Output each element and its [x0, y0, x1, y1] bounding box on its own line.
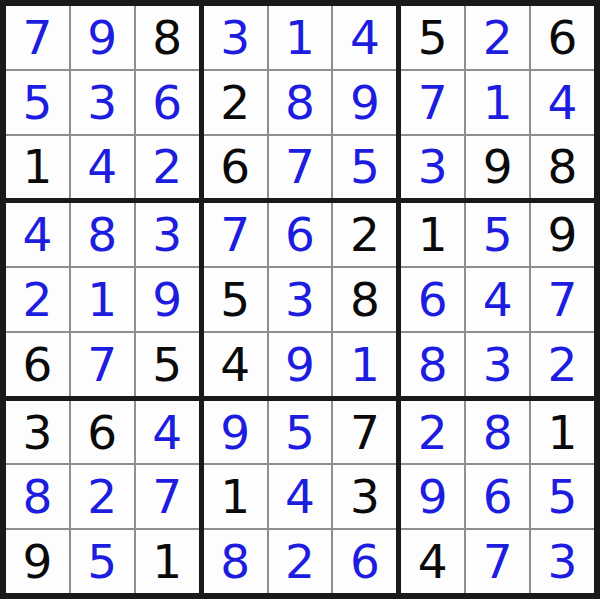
cell-r4c1[interactable]: 4 [6, 203, 69, 266]
cell-r6c9[interactable]: 2 [531, 333, 594, 396]
cell-r8c3[interactable]: 7 [136, 465, 199, 528]
cell-r7c7[interactable]: 2 [401, 401, 464, 464]
cell-r5c7[interactable]: 6 [401, 268, 464, 331]
cell-r3c5[interactable]: 7 [269, 136, 332, 199]
cell-r2c2[interactable]: 3 [71, 71, 134, 134]
box-8: 957143826 [204, 401, 397, 593]
cell-r7c2[interactable]: 6 [71, 401, 134, 464]
cell-r9c1[interactable]: 9 [6, 530, 69, 593]
box-9: 281965473 [401, 401, 594, 593]
cell-r8c1[interactable]: 8 [6, 465, 69, 528]
cell-r3c9[interactable]: 8 [531, 136, 594, 199]
cell-r9c7[interactable]: 4 [401, 530, 464, 593]
cell-r6c5[interactable]: 9 [269, 333, 332, 396]
cell-r1c6[interactable]: 4 [333, 6, 396, 69]
box-5: 762538491 [204, 203, 397, 395]
cell-r2c8[interactable]: 1 [466, 71, 529, 134]
cell-r5c5[interactable]: 3 [269, 268, 332, 331]
sudoku-board: 7985361423142896755267143984832196757625… [0, 0, 600, 599]
cell-r8c8[interactable]: 6 [466, 465, 529, 528]
cell-r9c8[interactable]: 7 [466, 530, 529, 593]
cell-r4c6[interactable]: 2 [333, 203, 396, 266]
cell-r8c9[interactable]: 5 [531, 465, 594, 528]
cell-r1c9[interactable]: 6 [531, 6, 594, 69]
cell-r5c6[interactable]: 8 [333, 268, 396, 331]
cell-r7c9[interactable]: 1 [531, 401, 594, 464]
cell-r6c6[interactable]: 1 [333, 333, 396, 396]
cell-r1c1[interactable]: 7 [6, 6, 69, 69]
cell-r1c3[interactable]: 8 [136, 6, 199, 69]
cell-r6c8[interactable]: 3 [466, 333, 529, 396]
cell-r6c1[interactable]: 6 [6, 333, 69, 396]
cell-r1c2[interactable]: 9 [71, 6, 134, 69]
cell-r4c7[interactable]: 1 [401, 203, 464, 266]
cell-r3c6[interactable]: 5 [333, 136, 396, 199]
cell-r6c2[interactable]: 7 [71, 333, 134, 396]
cell-r9c2[interactable]: 5 [71, 530, 134, 593]
cell-r7c5[interactable]: 5 [269, 401, 332, 464]
cell-r6c3[interactable]: 5 [136, 333, 199, 396]
cell-r2c9[interactable]: 4 [531, 71, 594, 134]
cell-r9c3[interactable]: 1 [136, 530, 199, 593]
box-4: 483219675 [6, 203, 199, 395]
cell-r7c8[interactable]: 8 [466, 401, 529, 464]
cell-r7c4[interactable]: 9 [204, 401, 267, 464]
cell-r8c5[interactable]: 4 [269, 465, 332, 528]
cell-r5c8[interactable]: 4 [466, 268, 529, 331]
cell-r2c7[interactable]: 7 [401, 71, 464, 134]
cell-r2c3[interactable]: 6 [136, 71, 199, 134]
cell-r4c3[interactable]: 3 [136, 203, 199, 266]
cell-r4c2[interactable]: 8 [71, 203, 134, 266]
cell-r8c7[interactable]: 9 [401, 465, 464, 528]
cell-r8c2[interactable]: 2 [71, 465, 134, 528]
cell-r3c8[interactable]: 9 [466, 136, 529, 199]
cell-r2c5[interactable]: 8 [269, 71, 332, 134]
cell-r4c5[interactable]: 6 [269, 203, 332, 266]
cell-r2c1[interactable]: 5 [6, 71, 69, 134]
cell-r4c8[interactable]: 5 [466, 203, 529, 266]
cell-r1c5[interactable]: 1 [269, 6, 332, 69]
cell-r9c6[interactable]: 6 [333, 530, 396, 593]
cell-r7c3[interactable]: 4 [136, 401, 199, 464]
cell-r5c2[interactable]: 1 [71, 268, 134, 331]
box-7: 364827951 [6, 401, 199, 593]
cell-r7c6[interactable]: 7 [333, 401, 396, 464]
cell-r3c7[interactable]: 3 [401, 136, 464, 199]
box-2: 314289675 [204, 6, 397, 198]
cell-r4c9[interactable]: 9 [531, 203, 594, 266]
cell-r5c9[interactable]: 7 [531, 268, 594, 331]
cell-r9c9[interactable]: 3 [531, 530, 594, 593]
cell-r5c4[interactable]: 5 [204, 268, 267, 331]
cell-r6c4[interactable]: 4 [204, 333, 267, 396]
cell-r9c4[interactable]: 8 [204, 530, 267, 593]
cell-r3c3[interactable]: 2 [136, 136, 199, 199]
cell-r7c1[interactable]: 3 [6, 401, 69, 464]
cell-r3c1[interactable]: 1 [6, 136, 69, 199]
cell-r4c4[interactable]: 7 [204, 203, 267, 266]
box-1: 798536142 [6, 6, 199, 198]
cell-r2c4[interactable]: 2 [204, 71, 267, 134]
box-3: 526714398 [401, 6, 594, 198]
cell-r9c5[interactable]: 2 [269, 530, 332, 593]
cell-r1c8[interactable]: 2 [466, 6, 529, 69]
cell-r1c4[interactable]: 3 [204, 6, 267, 69]
box-6: 159647832 [401, 203, 594, 395]
cell-r2c6[interactable]: 9 [333, 71, 396, 134]
cell-r1c7[interactable]: 5 [401, 6, 464, 69]
cell-r3c2[interactable]: 4 [71, 136, 134, 199]
cell-r5c3[interactable]: 9 [136, 268, 199, 331]
cell-r8c6[interactable]: 3 [333, 465, 396, 528]
cell-r8c4[interactable]: 1 [204, 465, 267, 528]
cell-r3c4[interactable]: 6 [204, 136, 267, 199]
cell-r6c7[interactable]: 8 [401, 333, 464, 396]
cell-r5c1[interactable]: 2 [6, 268, 69, 331]
